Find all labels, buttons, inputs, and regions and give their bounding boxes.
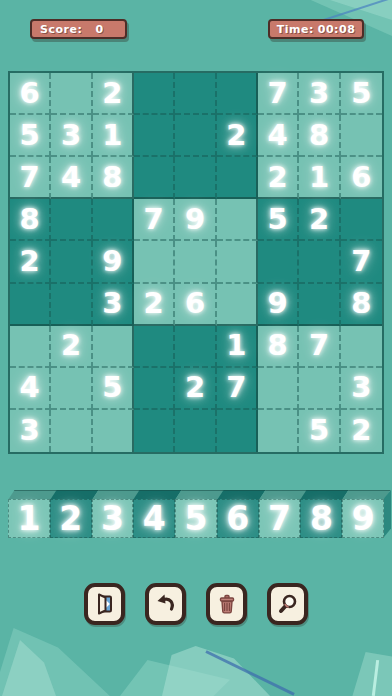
magnifier-icon bbox=[276, 592, 300, 616]
trash-icon bbox=[215, 592, 239, 616]
cell-value: 3 bbox=[61, 121, 81, 150]
cell-r2c9[interactable] bbox=[341, 115, 382, 157]
cell-value: 7 bbox=[144, 205, 164, 234]
cell-r8c8[interactable] bbox=[299, 368, 340, 410]
cell-r1c1[interactable]: 6 bbox=[10, 73, 51, 115]
tray-number-5[interactable]: 5 bbox=[175, 490, 217, 538]
cell-r6c5[interactable]: 6 bbox=[175, 284, 216, 326]
cell-r1c2[interactable] bbox=[51, 73, 92, 115]
cell-r2c3[interactable]: 1 bbox=[93, 115, 134, 157]
cell-value: 2 bbox=[102, 79, 122, 108]
crystal-decoration bbox=[330, 0, 392, 20]
cell-r3c4[interactable] bbox=[134, 157, 175, 199]
cell-r4c9[interactable] bbox=[341, 199, 382, 241]
cell-r5c4[interactable] bbox=[134, 241, 175, 283]
cell-r3c5[interactable] bbox=[175, 157, 216, 199]
cell-r3c1[interactable]: 7 bbox=[10, 157, 51, 199]
tray-number-3[interactable]: 3 bbox=[92, 490, 134, 538]
score-label: Score: bbox=[40, 23, 82, 36]
cell-r8c5[interactable]: 2 bbox=[175, 368, 216, 410]
cell-r4c3[interactable] bbox=[93, 199, 134, 241]
undo-button[interactable] bbox=[145, 583, 186, 625]
cell-value: 8 bbox=[268, 331, 288, 360]
cell-value: 1 bbox=[226, 331, 246, 360]
cell-value: 7 bbox=[268, 79, 288, 108]
tray-number-4[interactable]: 4 bbox=[133, 490, 175, 538]
cell-r2c5[interactable] bbox=[175, 115, 216, 157]
tile-face: 5 bbox=[175, 499, 217, 538]
tile-face: 8 bbox=[300, 499, 342, 538]
cell-r1c7[interactable]: 7 bbox=[258, 73, 299, 115]
cell-r7c7[interactable]: 8 bbox=[258, 326, 299, 368]
cell-r6c2[interactable] bbox=[51, 284, 92, 326]
cell-r3c2[interactable]: 4 bbox=[51, 157, 92, 199]
cell-r5c1[interactable]: 2 bbox=[10, 241, 51, 283]
cell-value: 2 bbox=[309, 205, 329, 234]
cell-r1c9[interactable]: 5 bbox=[341, 73, 382, 115]
score-value: 0 bbox=[82, 23, 117, 36]
crystal-decoration bbox=[205, 650, 294, 696]
cell-value: 1 bbox=[102, 121, 122, 150]
cell-value: 4 bbox=[61, 163, 81, 192]
cell-r8c2[interactable] bbox=[51, 368, 92, 410]
tray-number-label: 9 bbox=[352, 502, 375, 535]
tile-face: 4 bbox=[133, 499, 175, 538]
cell-r5c2[interactable] bbox=[51, 241, 92, 283]
tray-number-7[interactable]: 7 bbox=[259, 490, 301, 538]
tray-number-label: 2 bbox=[59, 502, 82, 535]
cell-r7c2[interactable]: 2 bbox=[51, 326, 92, 368]
cell-r6c7[interactable]: 9 bbox=[258, 284, 299, 326]
time-badge: Time: 00:08 bbox=[268, 19, 364, 39]
cell-r4c2[interactable] bbox=[51, 199, 92, 241]
cell-r2c2[interactable]: 3 bbox=[51, 115, 92, 157]
tile-face: 7 bbox=[259, 499, 301, 538]
cell-r5c3[interactable]: 9 bbox=[93, 241, 134, 283]
cell-r8c1[interactable]: 4 bbox=[10, 368, 51, 410]
tray-number-label: 4 bbox=[143, 502, 166, 535]
cell-r4c1[interactable]: 8 bbox=[10, 199, 51, 241]
cell-value: 5 bbox=[351, 79, 371, 108]
cell-value: 2 bbox=[226, 121, 246, 150]
exit-button[interactable] bbox=[84, 583, 125, 625]
cell-value: 6 bbox=[20, 79, 40, 108]
cell-r1c8[interactable]: 3 bbox=[299, 73, 340, 115]
cell-r2c8[interactable]: 8 bbox=[299, 115, 340, 157]
cell-r7c5[interactable] bbox=[175, 326, 216, 368]
cell-value: 5 bbox=[268, 205, 288, 234]
cell-r3c8[interactable]: 1 bbox=[299, 157, 340, 199]
tray-number-label: 3 bbox=[101, 502, 124, 535]
cell-r7c3[interactable] bbox=[93, 326, 134, 368]
tile-face: 9 bbox=[342, 499, 384, 538]
crystal-decoration bbox=[0, 628, 112, 696]
cell-r8c4[interactable] bbox=[134, 368, 175, 410]
cell-r9c2[interactable] bbox=[51, 410, 92, 452]
cell-r2c1[interactable]: 5 bbox=[10, 115, 51, 157]
tray-number-2[interactable]: 2 bbox=[50, 490, 92, 538]
cell-r9c9[interactable]: 2 bbox=[341, 410, 382, 452]
cell-r6c6[interactable] bbox=[217, 284, 258, 326]
cell-r5c6[interactable] bbox=[217, 241, 258, 283]
cell-value: 8 bbox=[351, 289, 371, 318]
cell-value: 7 bbox=[226, 373, 246, 402]
cell-value: 6 bbox=[185, 289, 205, 318]
crystal-decoration bbox=[372, 660, 379, 696]
cell-r9c5[interactable] bbox=[175, 410, 216, 452]
cell-value: 9 bbox=[185, 205, 205, 234]
toolbar bbox=[0, 583, 392, 625]
cell-r4c4[interactable]: 7 bbox=[134, 199, 175, 241]
sudoku-screen: Score: 0 Time: 00:08 6273553124874821687… bbox=[0, 0, 392, 696]
cell-value: 7 bbox=[20, 163, 40, 192]
cell-r7c9[interactable] bbox=[341, 326, 382, 368]
cell-value: 3 bbox=[309, 79, 329, 108]
number-tray: 123456789 bbox=[8, 490, 384, 538]
trash-button[interactable] bbox=[206, 583, 247, 625]
tray-number-8[interactable]: 8 bbox=[300, 490, 342, 538]
cell-value: 2 bbox=[20, 247, 40, 276]
cell-value: 4 bbox=[268, 121, 288, 150]
cell-r4c8[interactable]: 2 bbox=[299, 199, 340, 241]
cell-value: 3 bbox=[20, 416, 40, 445]
tile-face: 3 bbox=[92, 499, 134, 538]
cell-value: 2 bbox=[351, 416, 371, 445]
cell-r4c7[interactable]: 5 bbox=[258, 199, 299, 241]
cell-r8c7[interactable] bbox=[258, 368, 299, 410]
cell-r7c4[interactable] bbox=[134, 326, 175, 368]
cell-r9c4[interactable] bbox=[134, 410, 175, 452]
cell-value: 8 bbox=[102, 163, 122, 192]
tray-number-1[interactable]: 1 bbox=[8, 490, 50, 538]
cell-r5c7[interactable] bbox=[258, 241, 299, 283]
cell-r6c9[interactable]: 8 bbox=[341, 284, 382, 326]
cell-r9c1[interactable]: 3 bbox=[10, 410, 51, 452]
crystal-decoration bbox=[2, 640, 62, 696]
cell-value: 9 bbox=[102, 247, 122, 276]
tray-number-label: 5 bbox=[185, 502, 208, 535]
cell-r8c6[interactable]: 7 bbox=[217, 368, 258, 410]
cell-r1c6[interactable] bbox=[217, 73, 258, 115]
time-label: Time: bbox=[277, 23, 314, 36]
cell-r4c6[interactable] bbox=[217, 199, 258, 241]
cell-value: 8 bbox=[309, 121, 329, 150]
cell-value: 1 bbox=[309, 163, 329, 192]
cell-r6c4[interactable]: 2 bbox=[134, 284, 175, 326]
tile-face: 2 bbox=[50, 499, 92, 538]
tray-number-label: 1 bbox=[17, 502, 40, 535]
cell-value: 4 bbox=[20, 373, 40, 402]
cell-r5c9[interactable]: 7 bbox=[341, 241, 382, 283]
crystal-decoration bbox=[348, 652, 392, 696]
cell-value: 9 bbox=[268, 289, 288, 318]
tray-number-label: 6 bbox=[226, 502, 249, 535]
cell-value: 2 bbox=[61, 331, 81, 360]
cell-value: 3 bbox=[102, 289, 122, 318]
cell-r2c4[interactable] bbox=[134, 115, 175, 157]
cell-r4c5[interactable]: 9 bbox=[175, 199, 216, 241]
score-badge: Score: 0 bbox=[30, 19, 127, 39]
cell-r5c8[interactable] bbox=[299, 241, 340, 283]
crystal-decoration bbox=[150, 646, 270, 696]
cell-value: 2 bbox=[268, 163, 288, 192]
cell-r8c9[interactable]: 3 bbox=[341, 368, 382, 410]
tray-number-label: 7 bbox=[268, 502, 291, 535]
cell-r9c6[interactable] bbox=[217, 410, 258, 452]
cell-r9c7[interactable] bbox=[258, 410, 299, 452]
exit-door-icon bbox=[93, 592, 117, 616]
tray-number-label: 8 bbox=[310, 502, 333, 535]
cell-r6c8[interactable] bbox=[299, 284, 340, 326]
cell-r3c3[interactable]: 8 bbox=[93, 157, 134, 199]
cell-r6c3[interactable]: 3 bbox=[93, 284, 134, 326]
cell-value: 5 bbox=[309, 416, 329, 445]
cell-r1c3[interactable]: 2 bbox=[93, 73, 134, 115]
tile-face: 1 bbox=[8, 499, 50, 538]
cell-r8c3[interactable]: 5 bbox=[93, 368, 134, 410]
cell-value: 3 bbox=[351, 373, 371, 402]
cell-value: 7 bbox=[309, 331, 329, 360]
cell-r1c5[interactable] bbox=[175, 73, 216, 115]
time-value: 00:08 bbox=[318, 23, 356, 36]
cell-value: 8 bbox=[20, 205, 40, 234]
cell-r7c1[interactable] bbox=[10, 326, 51, 368]
cell-value: 7 bbox=[351, 247, 371, 276]
cell-r7c8[interactable]: 7 bbox=[299, 326, 340, 368]
tile-face: 6 bbox=[217, 499, 259, 538]
cell-r5c5[interactable] bbox=[175, 241, 216, 283]
crystal-decoration bbox=[120, 660, 230, 696]
cell-r7c6[interactable]: 1 bbox=[217, 326, 258, 368]
cell-r3c9[interactable]: 6 bbox=[341, 157, 382, 199]
tray-number-9[interactable]: 9 bbox=[342, 490, 384, 538]
tray-number-6[interactable]: 6 bbox=[217, 490, 259, 538]
sudoku-board: 6273553124874821687952297326982187452733… bbox=[8, 71, 384, 454]
cell-r1c4[interactable] bbox=[134, 73, 175, 115]
cell-value: 5 bbox=[20, 121, 40, 150]
cell-r2c6[interactable]: 2 bbox=[217, 115, 258, 157]
cell-value: 5 bbox=[102, 373, 122, 402]
cell-value: 2 bbox=[144, 289, 164, 318]
cell-r3c7[interactable]: 2 bbox=[258, 157, 299, 199]
cell-r9c3[interactable] bbox=[93, 410, 134, 452]
cell-r6c1[interactable] bbox=[10, 284, 51, 326]
cell-r3c6[interactable] bbox=[217, 157, 258, 199]
cell-value: 2 bbox=[185, 373, 205, 402]
cell-r2c7[interactable]: 4 bbox=[258, 115, 299, 157]
cell-r9c8[interactable]: 5 bbox=[299, 410, 340, 452]
undo-arrow-icon bbox=[154, 592, 178, 616]
magnifier-button[interactable] bbox=[267, 583, 308, 625]
cell-value: 6 bbox=[351, 163, 371, 192]
